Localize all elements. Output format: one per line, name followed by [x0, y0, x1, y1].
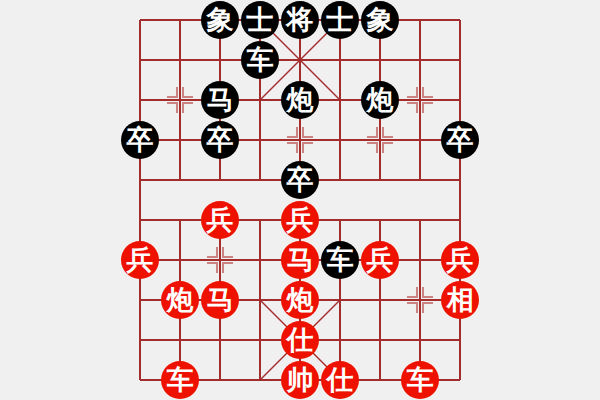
black-advisor[interactable]: 士 — [321, 1, 359, 39]
black-horse[interactable]: 马 — [201, 81, 239, 119]
red-elephant[interactable]: 相 — [441, 281, 479, 319]
red-cannon[interactable]: 炮 — [161, 281, 199, 319]
black-chariot[interactable]: 车 — [241, 41, 279, 79]
black-general[interactable]: 将 — [281, 1, 319, 39]
black-advisor[interactable]: 士 — [241, 1, 279, 39]
red-soldier[interactable]: 兵 — [201, 201, 239, 239]
black-soldier[interactable]: 卒 — [441, 121, 479, 159]
red-soldier[interactable]: 兵 — [361, 241, 399, 279]
red-cannon[interactable]: 炮 — [281, 281, 319, 319]
black-chariot[interactable]: 车 — [321, 241, 359, 279]
black-cannon[interactable]: 炮 — [361, 81, 399, 119]
xiangqi-diagram: 象士将士象车马炮炮卒卒卒卒兵兵兵马车兵兵炮马炮相仕车帅仕车 — [0, 0, 600, 400]
piece-layer: 象士将士象车马炮炮卒卒卒卒兵兵兵马车兵兵炮马炮相仕车帅仕车 — [120, 0, 480, 400]
red-general[interactable]: 帅 — [281, 361, 319, 399]
red-soldier[interactable]: 兵 — [121, 241, 159, 279]
black-soldier[interactable]: 卒 — [281, 161, 319, 199]
black-soldier[interactable]: 卒 — [121, 121, 159, 159]
black-cannon[interactable]: 炮 — [281, 81, 319, 119]
black-elephant[interactable]: 象 — [361, 1, 399, 39]
red-advisor[interactable]: 仕 — [321, 361, 359, 399]
red-chariot[interactable]: 车 — [161, 361, 199, 399]
black-soldier[interactable]: 卒 — [201, 121, 239, 159]
red-horse[interactable]: 马 — [201, 281, 239, 319]
red-soldier[interactable]: 兵 — [441, 241, 479, 279]
red-soldier[interactable]: 兵 — [281, 201, 319, 239]
xiangqi-board[interactable]: 象士将士象车马炮炮卒卒卒卒兵兵兵马车兵兵炮马炮相仕车帅仕车 — [140, 20, 460, 380]
red-horse[interactable]: 马 — [281, 241, 319, 279]
red-chariot[interactable]: 车 — [401, 361, 439, 399]
red-advisor[interactable]: 仕 — [281, 321, 319, 359]
black-elephant[interactable]: 象 — [201, 1, 239, 39]
